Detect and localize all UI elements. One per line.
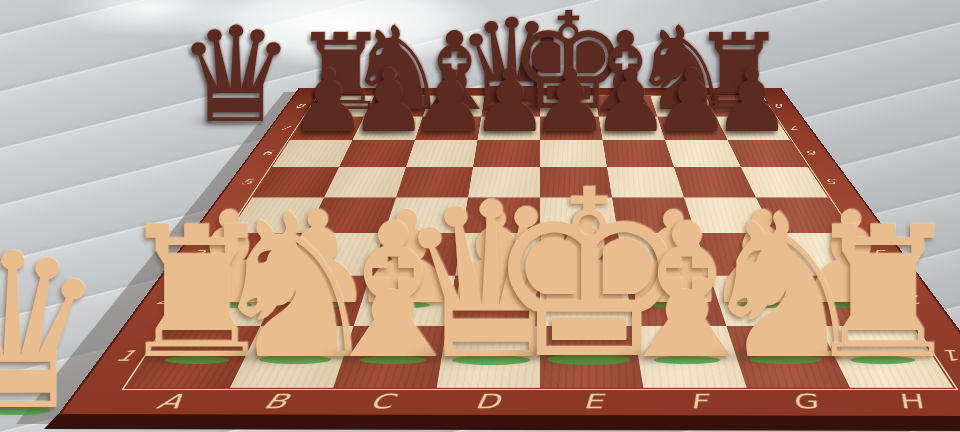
white-R-glyph: ♜: [792, 203, 960, 385]
piece-wR-h1[interactable]: ♜: [792, 180, 960, 362]
piece-bP-h7[interactable]: ♟: [708, 47, 795, 134]
white-Q-glyph: ♛: [0, 225, 120, 432]
spare-wQ-on-floor[interactable]: ♛: [0, 197, 120, 412]
pieces-layer: ♜♞♝♛♚♝♞♜♟♟♟♟♟♟♟♟♟♟♟♟♟♟♟♟♜♞♝♛♚♝♞♜♛♛: [0, 0, 960, 432]
black-Q-glyph: ♛: [170, 9, 302, 141]
scene: ABCDEFGH1122334455667788 ♜♞♝♛♚♝♞♜♟♟♟♟♟♟♟…: [0, 0, 960, 432]
spare-bQ-on-floor[interactable]: ♛: [170, 0, 302, 124]
black-P-glyph: ♟: [708, 58, 795, 145]
